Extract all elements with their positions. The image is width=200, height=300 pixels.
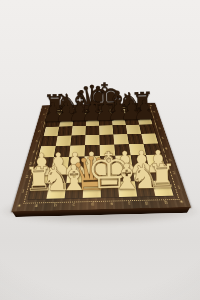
chess-board: abcdefgh abcdefgh 87654321 87654321 ✦✦✦✦ [11,103,191,212]
corner-motif-icon: ✦ [178,199,184,204]
rank-label-2: 2 [172,171,176,175]
corner-motif-icon: ✦ [44,107,47,109]
rank-label-5: 5 [161,137,164,140]
rank-label-2: 2 [25,175,29,179]
board-wrap: abcdefgh abcdefgh 87654321 87654321 ✦✦✦✦… [0,0,200,300]
file-label-h: h [164,201,168,205]
file-label-g: g [145,201,149,205]
file-label-d: d [91,202,94,206]
file-label-c: c [80,106,82,108]
rank-label-3: 3 [29,162,32,165]
rank-label-7: 7 [40,122,43,124]
file-label-e: e [104,106,106,108]
corner-motif-icon: ✦ [149,104,153,106]
file-label-c: c [72,203,75,207]
rank-label-4: 4 [164,147,167,150]
file-label-a: a [34,204,38,208]
rank-label-8: 8 [153,111,156,113]
product-photo: abcdefgh abcdefgh 87654321 87654321 ✦✦✦✦… [0,0,200,300]
file-label-g: g [127,105,129,107]
rank-label-8: 8 [42,114,45,116]
file-label-f: f [128,202,130,206]
file-label-d: d [92,106,94,108]
file-label-f: f [116,105,117,107]
rank-label-1: 1 [177,186,181,190]
rank-label-6: 6 [38,130,41,132]
rank-label-3: 3 [168,159,172,162]
rank-label-1: 1 [21,189,25,193]
rank-label-7: 7 [155,119,158,121]
rank-label-4: 4 [32,150,35,153]
file-label-h: h [140,105,142,107]
corner-motif-icon: ✦ [16,203,22,208]
file-label-b: b [68,107,70,109]
file-label-b: b [53,203,57,207]
file-label-e: e [110,202,113,206]
rank-label-6: 6 [158,127,161,129]
rank-label-5: 5 [35,140,38,143]
file-label-a: a [55,107,57,109]
